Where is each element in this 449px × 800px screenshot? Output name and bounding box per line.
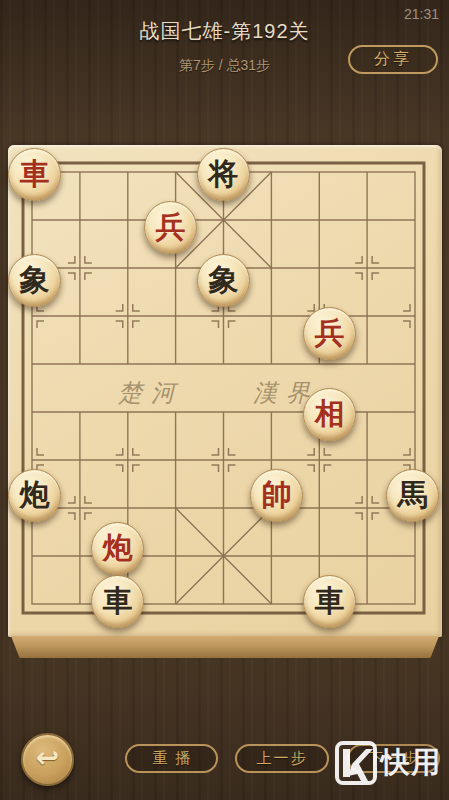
return-arrow-icon: ↩ <box>36 744 59 772</box>
piece-black-elephant[interactable]: 象 <box>197 254 250 307</box>
piece-glyph: 炮 <box>103 533 133 563</box>
piece-glyph: 象 <box>209 265 239 295</box>
piece-red-general[interactable]: 帥 <box>250 469 303 522</box>
piece-glyph: 車 <box>315 586 345 616</box>
watermark-text: 快用 <box>381 743 441 783</box>
share-button[interactable]: 分享 <box>348 45 438 74</box>
previous-step-button[interactable]: 上一步 <box>235 744 329 773</box>
piece-glyph: 馬 <box>398 480 428 510</box>
piece-black-cannon[interactable]: 炮 <box>8 469 61 522</box>
piece-glyph: 炮 <box>20 480 50 510</box>
piece-glyph: 相 <box>315 399 345 429</box>
piece-black-general[interactable]: 将 <box>197 148 250 201</box>
board-edge-3d <box>11 636 439 658</box>
page-title: 战国七雄-第192关 <box>0 18 449 45</box>
app-screen: 21:31 战国七雄-第192关 第7步 / 总31步 分享 楚河 漢界 車将兵… <box>0 0 449 800</box>
piece-black-chariot[interactable]: 車 <box>91 575 144 628</box>
piece-glyph: 車 <box>103 586 133 616</box>
piece-red-chariot[interactable]: 車 <box>8 148 61 201</box>
piece-black-elephant[interactable]: 象 <box>8 254 61 307</box>
piece-red-cannon[interactable]: 炮 <box>91 522 144 575</box>
piece-glyph: 象 <box>20 265 50 295</box>
kuaiyong-watermark: 快用 <box>335 741 441 785</box>
piece-black-chariot[interactable]: 車 <box>303 575 356 628</box>
piece-red-soldier[interactable]: 兵 <box>144 201 197 254</box>
piece-red-elephant[interactable]: 相 <box>303 388 356 441</box>
piece-glyph: 兵 <box>315 318 345 348</box>
piece-glyph: 車 <box>20 159 50 189</box>
kuaiyong-logo-icon <box>335 741 377 785</box>
back-button[interactable]: ↩ <box>21 733 74 786</box>
replay-button[interactable]: 重播 <box>125 744 218 773</box>
piece-glyph: 兵 <box>156 212 186 242</box>
piece-glyph: 将 <box>209 159 239 189</box>
piece-glyph: 帥 <box>262 480 292 510</box>
board-pieces-layer[interactable]: 車将兵象象兵相炮帥馬炮車車 <box>8 148 439 628</box>
piece-red-soldier[interactable]: 兵 <box>303 307 356 360</box>
piece-black-horse[interactable]: 馬 <box>386 469 439 522</box>
